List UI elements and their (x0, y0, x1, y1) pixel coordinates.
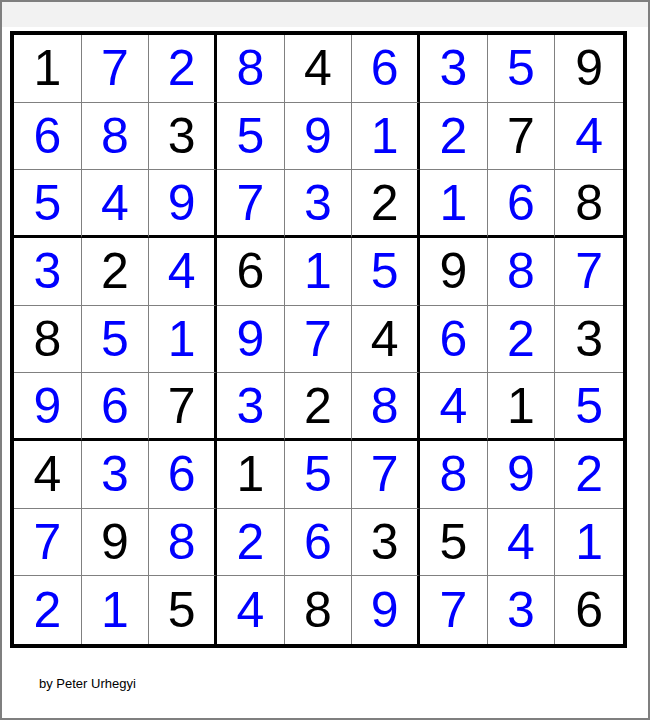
cell-r7c1[interactable]: 4 (14, 441, 82, 509)
cell-r8c7[interactable]: 5 (420, 509, 488, 577)
cell-r2c3[interactable]: 3 (149, 103, 217, 171)
cell-r3c3[interactable]: 9 (149, 170, 217, 238)
cell-r8c4[interactable]: 2 (217, 509, 285, 577)
cell-r4c2[interactable]: 2 (82, 238, 150, 306)
cell-r9c9[interactable]: 6 (555, 576, 623, 644)
cell-r4c3[interactable]: 4 (149, 238, 217, 306)
page: 1728463596835912745497321683246159878519… (0, 0, 650, 720)
cell-r5c2[interactable]: 5 (82, 306, 150, 374)
cell-r9c1[interactable]: 2 (14, 576, 82, 644)
cell-r9c4[interactable]: 4 (217, 576, 285, 644)
cell-r7c6[interactable]: 7 (352, 441, 420, 509)
cell-r6c2[interactable]: 6 (82, 373, 150, 441)
cell-r6c8[interactable]: 1 (488, 373, 556, 441)
cell-r7c8[interactable]: 9 (488, 441, 556, 509)
cell-r6c1[interactable]: 9 (14, 373, 82, 441)
cell-r4c5[interactable]: 1 (285, 238, 353, 306)
cell-r9c8[interactable]: 3 (488, 576, 556, 644)
cell-r5c1[interactable]: 8 (14, 306, 82, 374)
cell-r3c4[interactable]: 7 (217, 170, 285, 238)
sudoku-board: 1728463596835912745497321683246159878519… (10, 31, 627, 648)
cell-r3c9[interactable]: 8 (555, 170, 623, 238)
cell-r8c1[interactable]: 7 (14, 509, 82, 577)
cell-r6c4[interactable]: 3 (217, 373, 285, 441)
cell-r7c4[interactable]: 1 (217, 441, 285, 509)
cell-r1c8[interactable]: 5 (488, 35, 556, 103)
cell-r8c6[interactable]: 3 (352, 509, 420, 577)
top-strip (2, 2, 648, 27)
cell-r2c4[interactable]: 5 (217, 103, 285, 171)
cell-r7c9[interactable]: 2 (555, 441, 623, 509)
cell-r2c6[interactable]: 1 (352, 103, 420, 171)
cell-r1c7[interactable]: 3 (420, 35, 488, 103)
cell-r9c2[interactable]: 1 (82, 576, 150, 644)
cell-r9c5[interactable]: 8 (285, 576, 353, 644)
cell-r8c5[interactable]: 6 (285, 509, 353, 577)
cell-r5c7[interactable]: 6 (420, 306, 488, 374)
cell-r3c7[interactable]: 1 (420, 170, 488, 238)
cell-r4c6[interactable]: 5 (352, 238, 420, 306)
cell-r1c9[interactable]: 9 (555, 35, 623, 103)
cell-r8c9[interactable]: 1 (555, 509, 623, 577)
cell-r9c7[interactable]: 7 (420, 576, 488, 644)
cell-r1c2[interactable]: 7 (82, 35, 150, 103)
cell-r9c6[interactable]: 9 (352, 576, 420, 644)
cell-r3c2[interactable]: 4 (82, 170, 150, 238)
cell-r3c6[interactable]: 2 (352, 170, 420, 238)
cell-r8c2[interactable]: 9 (82, 509, 150, 577)
cell-r5c8[interactable]: 2 (488, 306, 556, 374)
cell-r7c5[interactable]: 5 (285, 441, 353, 509)
cell-r5c4[interactable]: 9 (217, 306, 285, 374)
cell-r2c8[interactable]: 7 (488, 103, 556, 171)
cell-r2c2[interactable]: 8 (82, 103, 150, 171)
cell-r6c7[interactable]: 4 (420, 373, 488, 441)
cell-r8c8[interactable]: 4 (488, 509, 556, 577)
cell-r1c5[interactable]: 4 (285, 35, 353, 103)
cell-r1c1[interactable]: 1 (14, 35, 82, 103)
cell-r5c5[interactable]: 7 (285, 306, 353, 374)
author-caption: by Peter Urhegyi (39, 676, 136, 691)
cell-r3c8[interactable]: 6 (488, 170, 556, 238)
cell-r5c6[interactable]: 4 (352, 306, 420, 374)
cell-r4c8[interactable]: 8 (488, 238, 556, 306)
cell-r3c1[interactable]: 5 (14, 170, 82, 238)
cell-r7c3[interactable]: 6 (149, 441, 217, 509)
cell-r2c5[interactable]: 9 (285, 103, 353, 171)
cell-r4c1[interactable]: 3 (14, 238, 82, 306)
cell-r2c1[interactable]: 6 (14, 103, 82, 171)
cell-r5c3[interactable]: 1 (149, 306, 217, 374)
cell-r1c3[interactable]: 2 (149, 35, 217, 103)
cell-r8c3[interactable]: 8 (149, 509, 217, 577)
cell-r6c6[interactable]: 8 (352, 373, 420, 441)
cell-r6c9[interactable]: 5 (555, 373, 623, 441)
cell-r4c7[interactable]: 9 (420, 238, 488, 306)
cell-r1c4[interactable]: 8 (217, 35, 285, 103)
cell-r2c7[interactable]: 2 (420, 103, 488, 171)
cell-r7c2[interactable]: 3 (82, 441, 150, 509)
cell-r3c5[interactable]: 3 (285, 170, 353, 238)
cell-r6c5[interactable]: 2 (285, 373, 353, 441)
cell-r9c3[interactable]: 5 (149, 576, 217, 644)
cell-r7c7[interactable]: 8 (420, 441, 488, 509)
cell-r4c9[interactable]: 7 (555, 238, 623, 306)
cell-r4c4[interactable]: 6 (217, 238, 285, 306)
cell-r5c9[interactable]: 3 (555, 306, 623, 374)
cell-r2c9[interactable]: 4 (555, 103, 623, 171)
cell-r1c6[interactable]: 6 (352, 35, 420, 103)
cell-r6c3[interactable]: 7 (149, 373, 217, 441)
